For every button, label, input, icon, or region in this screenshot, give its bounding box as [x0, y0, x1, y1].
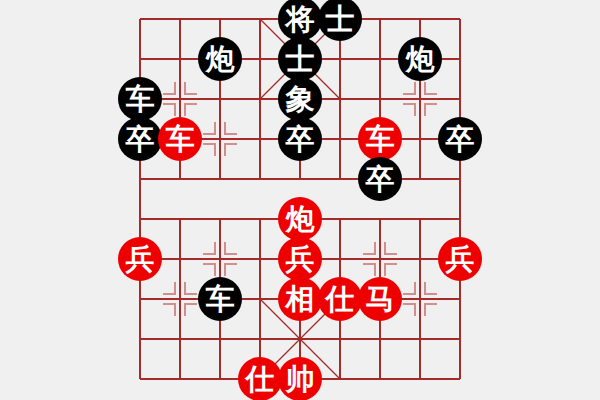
piece-red-horse[interactable]: 马 — [358, 277, 402, 321]
piece-black-pawn-2[interactable]: 卒 — [278, 117, 322, 161]
xiangqi-app: 将士炮士炮车象卒车卒车卒卒炮兵兵兵车相仕马仕帅 — [0, 0, 600, 400]
piece-black-pawn-4[interactable]: 卒 — [358, 157, 402, 201]
piece-black-cannon-2[interactable]: 炮 — [398, 37, 442, 81]
piece-black-pawn-1[interactable]: 卒 — [118, 117, 162, 161]
piece-black-chariot-2[interactable]: 车 — [198, 277, 242, 321]
piece-red-general[interactable]: 帅 — [278, 357, 322, 400]
piece-red-pawn-2[interactable]: 兵 — [278, 237, 322, 281]
piece-black-chariot-1[interactable]: 车 — [118, 77, 162, 121]
piece-red-pawn-3[interactable]: 兵 — [438, 237, 482, 281]
piece-red-elephant[interactable]: 相 — [278, 277, 322, 321]
piece-black-general[interactable]: 将 — [278, 0, 322, 41]
piece-red-cannon[interactable]: 炮 — [278, 197, 322, 241]
piece-red-advisor-1[interactable]: 仕 — [318, 277, 362, 321]
piece-red-chariot-1[interactable]: 车 — [158, 117, 202, 161]
piece-black-pawn-3[interactable]: 卒 — [438, 117, 482, 161]
piece-black-advisor-1[interactable]: 士 — [318, 0, 362, 41]
piece-red-advisor-2[interactable]: 仕 — [238, 357, 282, 400]
xiangqi-board[interactable]: 将士炮士炮车象卒车卒车卒卒炮兵兵兵车相仕马仕帅 — [120, 0, 480, 399]
piece-red-pawn-1[interactable]: 兵 — [118, 237, 162, 281]
piece-black-advisor-2[interactable]: 士 — [278, 37, 322, 81]
piece-black-elephant[interactable]: 象 — [278, 77, 322, 121]
piece-red-chariot-2[interactable]: 车 — [358, 117, 402, 161]
piece-black-cannon-1[interactable]: 炮 — [198, 37, 242, 81]
